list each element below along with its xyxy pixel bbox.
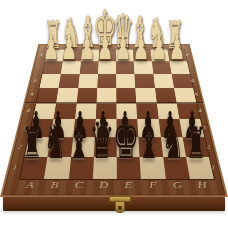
square-f6: [135, 74, 155, 88]
piece-white-pawn: ♟: [79, 32, 95, 66]
piece-black-rook: ♜: [186, 122, 207, 165]
square-e5: [116, 88, 136, 103]
piece-black-king: ♚: [112, 110, 139, 166]
file-label-d: D: [91, 179, 116, 191]
file-label-e: E: [116, 179, 141, 191]
piece-white-pawn: ♟: [97, 32, 113, 66]
rank-label-7: 7: [184, 61, 196, 74]
square-b5: [56, 88, 78, 103]
piece-white-pawn: ♟: [43, 32, 59, 66]
piece-white-pawn: ♟: [115, 32, 131, 66]
square-a5: [36, 88, 58, 103]
square-g6: [153, 74, 174, 88]
latch-hole: [118, 206, 122, 210]
square-f5: [135, 88, 156, 103]
piece-white-pawn: ♟: [151, 32, 167, 66]
file-label-b: B: [41, 179, 67, 191]
rank-label-5: 5: [190, 87, 203, 102]
file-label-g: G: [164, 179, 190, 191]
square-c5: [76, 88, 97, 103]
chess-set-photo: ABCDEFGH 87654321 87654321 ♜♞♝♚♛♝♞♜♟♟♟♟♟…: [0, 0, 228, 228]
square-e6: [116, 74, 135, 88]
file-label-h: H: [189, 179, 216, 191]
file-label-c: C: [66, 179, 92, 191]
piece-black-bishop: ♝: [67, 117, 90, 166]
piece-black-knight: ♞: [44, 119, 66, 166]
piece-black-rook: ♜: [21, 122, 42, 165]
square-c6: [78, 74, 98, 88]
square-b6: [59, 74, 80, 88]
file-labels: ABCDEFGH: [16, 177, 217, 194]
square-d5: [96, 88, 116, 103]
rank-label-6: 6: [187, 74, 199, 88]
piece-white-pawn: ♟: [169, 32, 185, 66]
square-g5: [155, 88, 177, 103]
file-label-f: F: [140, 179, 166, 191]
file-label-a: A: [16, 179, 43, 191]
piece-white-pawn: ♟: [133, 32, 149, 66]
piece-black-bishop: ♝: [138, 117, 161, 166]
piece-black-knight: ♞: [162, 119, 184, 166]
piece-white-pawn: ♟: [61, 32, 77, 66]
square-d6: [97, 74, 116, 88]
piece-black-queen: ♛: [90, 113, 115, 165]
square-a6: [40, 74, 61, 88]
brass-latch: [109, 196, 131, 216]
